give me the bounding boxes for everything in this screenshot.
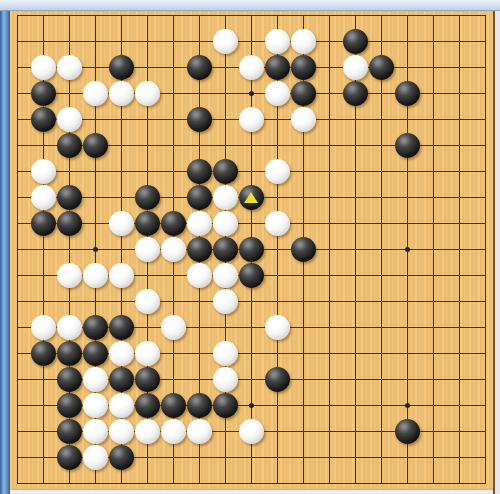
white-stone[interactable]: [109, 263, 134, 288]
star-point: [405, 247, 410, 252]
white-stone[interactable]: [135, 341, 160, 366]
black-stone[interactable]: [57, 341, 82, 366]
star-point: [405, 403, 410, 408]
window-top-bar: [0, 0, 500, 11]
go-board[interactable]: [10, 11, 493, 489]
grid-line-vertical: [485, 15, 486, 484]
go-app-window: [0, 0, 500, 494]
grid-line-vertical: [433, 15, 434, 484]
black-stone[interactable]: [395, 419, 420, 444]
white-stone[interactable]: [239, 55, 264, 80]
window-left-border: [0, 11, 10, 494]
white-stone[interactable]: [291, 29, 316, 54]
white-stone[interactable]: [213, 29, 238, 54]
black-stone[interactable]: [109, 55, 134, 80]
black-stone[interactable]: [161, 211, 186, 236]
white-stone[interactable]: [161, 419, 186, 444]
white-stone[interactable]: [187, 263, 212, 288]
black-stone[interactable]: [31, 81, 56, 106]
white-stone[interactable]: [239, 419, 264, 444]
black-stone[interactable]: [291, 237, 316, 262]
black-stone[interactable]: [57, 393, 82, 418]
white-stone[interactable]: [109, 419, 134, 444]
black-stone[interactable]: [395, 81, 420, 106]
white-stone[interactable]: [161, 315, 186, 340]
black-stone[interactable]: [239, 237, 264, 262]
black-stone[interactable]: [187, 393, 212, 418]
black-stone[interactable]: [31, 107, 56, 132]
white-stone[interactable]: [83, 445, 108, 470]
black-stone[interactable]: [135, 393, 160, 418]
white-stone[interactable]: [213, 341, 238, 366]
white-stone[interactable]: [135, 81, 160, 106]
black-stone[interactable]: [213, 393, 238, 418]
white-stone[interactable]: [239, 107, 264, 132]
white-stone[interactable]: [213, 185, 238, 210]
black-stone[interactable]: [135, 185, 160, 210]
window-bottom-border: [10, 489, 493, 494]
black-stone[interactable]: [187, 185, 212, 210]
black-stone[interactable]: [343, 29, 368, 54]
white-stone[interactable]: [265, 159, 290, 184]
black-stone[interactable]: [57, 211, 82, 236]
white-stone[interactable]: [31, 159, 56, 184]
black-stone[interactable]: [239, 185, 264, 210]
black-stone[interactable]: [265, 367, 290, 392]
white-stone[interactable]: [83, 81, 108, 106]
white-stone[interactable]: [57, 315, 82, 340]
black-stone[interactable]: [343, 81, 368, 106]
white-stone[interactable]: [161, 237, 186, 262]
white-stone[interactable]: [83, 393, 108, 418]
white-stone[interactable]: [265, 29, 290, 54]
grid-line-vertical: [459, 15, 460, 484]
white-stone[interactable]: [31, 315, 56, 340]
black-stone[interactable]: [135, 367, 160, 392]
black-stone[interactable]: [187, 55, 212, 80]
grid-line-horizontal: [17, 301, 486, 302]
white-stone[interactable]: [265, 211, 290, 236]
black-stone[interactable]: [291, 55, 316, 80]
white-stone[interactable]: [291, 107, 316, 132]
black-stone[interactable]: [187, 159, 212, 184]
black-stone[interactable]: [135, 211, 160, 236]
black-stone[interactable]: [83, 341, 108, 366]
white-stone[interactable]: [31, 185, 56, 210]
white-stone[interactable]: [135, 419, 160, 444]
black-stone[interactable]: [395, 133, 420, 158]
star-point: [93, 247, 98, 252]
black-stone[interactable]: [109, 315, 134, 340]
black-stone[interactable]: [57, 185, 82, 210]
white-stone[interactable]: [187, 419, 212, 444]
white-stone[interactable]: [57, 55, 82, 80]
white-stone[interactable]: [57, 263, 82, 288]
black-stone[interactable]: [57, 445, 82, 470]
white-stone[interactable]: [265, 315, 290, 340]
black-stone[interactable]: [291, 81, 316, 106]
black-stone[interactable]: [161, 393, 186, 418]
white-stone[interactable]: [135, 237, 160, 262]
white-stone[interactable]: [109, 211, 134, 236]
white-stone[interactable]: [135, 289, 160, 314]
white-stone[interactable]: [57, 107, 82, 132]
black-stone[interactable]: [239, 263, 264, 288]
black-stone[interactable]: [187, 237, 212, 262]
white-stone[interactable]: [109, 341, 134, 366]
grid-line-horizontal: [17, 483, 486, 484]
black-stone[interactable]: [31, 341, 56, 366]
black-stone[interactable]: [31, 211, 56, 236]
white-stone[interactable]: [31, 55, 56, 80]
white-stone[interactable]: [187, 211, 212, 236]
white-stone[interactable]: [343, 55, 368, 80]
black-stone[interactable]: [109, 445, 134, 470]
window-right-border: [493, 11, 500, 494]
star-point: [249, 91, 254, 96]
star-point: [249, 403, 254, 408]
white-stone[interactable]: [213, 367, 238, 392]
black-stone[interactable]: [57, 419, 82, 444]
white-stone[interactable]: [109, 393, 134, 418]
black-stone[interactable]: [213, 159, 238, 184]
grid-line-vertical: [381, 15, 382, 484]
white-stone[interactable]: [213, 263, 238, 288]
white-stone[interactable]: [109, 81, 134, 106]
white-stone[interactable]: [83, 263, 108, 288]
white-stone[interactable]: [213, 289, 238, 314]
white-stone[interactable]: [83, 419, 108, 444]
black-stone[interactable]: [57, 367, 82, 392]
black-stone[interactable]: [187, 107, 212, 132]
black-stone[interactable]: [265, 55, 290, 80]
white-stone[interactable]: [213, 211, 238, 236]
black-stone[interactable]: [369, 55, 394, 80]
white-stone[interactable]: [265, 81, 290, 106]
black-stone[interactable]: [109, 367, 134, 392]
black-stone[interactable]: [83, 133, 108, 158]
white-stone[interactable]: [83, 367, 108, 392]
black-stone[interactable]: [57, 133, 82, 158]
black-stone[interactable]: [213, 237, 238, 262]
black-stone[interactable]: [83, 315, 108, 340]
grid-line-vertical: [329, 15, 330, 484]
